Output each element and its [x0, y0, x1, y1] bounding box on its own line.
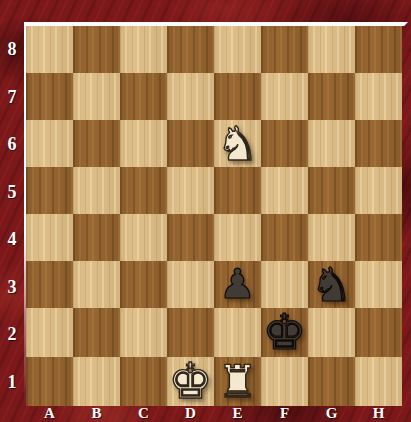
square-e4[interactable]: [214, 214, 261, 261]
square-a4[interactable]: [26, 214, 73, 261]
square-b8[interactable]: [73, 26, 120, 73]
square-e8[interactable]: [214, 26, 261, 73]
square-a7[interactable]: [26, 73, 73, 120]
rank-label-1: 1: [0, 359, 24, 407]
square-d3[interactable]: [167, 261, 214, 308]
square-f6[interactable]: [261, 120, 308, 167]
square-c5[interactable]: [120, 167, 167, 214]
file-label-h: H: [355, 404, 402, 422]
square-g1[interactable]: [308, 357, 355, 406]
square-e5[interactable]: [214, 167, 261, 214]
square-e2[interactable]: [214, 308, 261, 357]
square-c2[interactable]: [120, 308, 167, 357]
file-label-g: G: [308, 404, 355, 422]
square-h2[interactable]: [355, 308, 402, 357]
square-e1[interactable]: ♜: [214, 357, 261, 406]
square-c6[interactable]: [120, 120, 167, 167]
square-b6[interactable]: [73, 120, 120, 167]
square-h8[interactable]: [355, 26, 402, 73]
file-labels: ABCDEFGH: [26, 404, 402, 422]
square-f5[interactable]: [261, 167, 308, 214]
square-d5[interactable]: [167, 167, 214, 214]
file-label-a: A: [26, 404, 73, 422]
square-f7[interactable]: [261, 73, 308, 120]
square-a6[interactable]: [26, 120, 73, 167]
square-c4[interactable]: [120, 214, 167, 261]
square-b2[interactable]: [73, 308, 120, 357]
rank-label-7: 7: [0, 74, 24, 122]
rank-label-5: 5: [0, 169, 24, 217]
square-g3[interactable]: ♞: [308, 261, 355, 308]
square-a8[interactable]: [26, 26, 73, 73]
square-g6[interactable]: [308, 120, 355, 167]
rank-label-6: 6: [0, 121, 24, 169]
square-f2[interactable]: ♚: [261, 308, 308, 357]
square-h1[interactable]: [355, 357, 402, 406]
square-f3[interactable]: [261, 261, 308, 308]
square-b7[interactable]: [73, 73, 120, 120]
rank-label-4: 4: [0, 216, 24, 264]
square-c8[interactable]: [120, 26, 167, 73]
white-king-d1[interactable]: ♚: [169, 357, 213, 406]
black-king-f2[interactable]: ♚: [263, 308, 307, 357]
square-b4[interactable]: [73, 214, 120, 261]
square-b5[interactable]: [73, 167, 120, 214]
square-g7[interactable]: [308, 73, 355, 120]
square-h7[interactable]: [355, 73, 402, 120]
square-b3[interactable]: [73, 261, 120, 308]
black-pawn-e3[interactable]: ♟: [219, 264, 256, 305]
square-a1[interactable]: [26, 357, 73, 406]
white-rook-e1[interactable]: ♜: [217, 359, 257, 404]
file-label-e: E: [214, 404, 261, 422]
file-label-c: C: [120, 404, 167, 422]
rank-label-2: 2: [0, 311, 24, 359]
square-e3[interactable]: ♟: [214, 261, 261, 308]
square-d8[interactable]: [167, 26, 214, 73]
square-g4[interactable]: [308, 214, 355, 261]
rank-labels: 87654321: [0, 26, 24, 406]
file-label-d: D: [167, 404, 214, 422]
rank-label-8: 8: [0, 26, 24, 74]
white-knight-e6[interactable]: ♞: [216, 120, 258, 167]
square-d6[interactable]: [167, 120, 214, 167]
rank-label-3: 3: [0, 264, 24, 312]
square-e6[interactable]: ♞: [214, 120, 261, 167]
black-knight-g3[interactable]: ♞: [310, 261, 352, 308]
square-b1[interactable]: [73, 357, 120, 406]
square-g2[interactable]: [308, 308, 355, 357]
square-d4[interactable]: [167, 214, 214, 261]
file-label-b: B: [73, 404, 120, 422]
square-c1[interactable]: [120, 357, 167, 406]
chess-board[interactable]: ♞♟♞♚♚♜: [26, 26, 402, 406]
square-f8[interactable]: [261, 26, 308, 73]
square-h5[interactable]: [355, 167, 402, 214]
square-h6[interactable]: [355, 120, 402, 167]
square-d1[interactable]: ♚: [167, 357, 214, 406]
square-h4[interactable]: [355, 214, 402, 261]
square-f1[interactable]: [261, 357, 308, 406]
square-g8[interactable]: [308, 26, 355, 73]
square-c7[interactable]: [120, 73, 167, 120]
board-frame: 87654321 ♞♟♞♚♚♜ ABCDEFGH: [0, 0, 411, 422]
square-a5[interactable]: [26, 167, 73, 214]
square-d2[interactable]: [167, 308, 214, 357]
square-d7[interactable]: [167, 73, 214, 120]
square-a3[interactable]: [26, 261, 73, 308]
square-g5[interactable]: [308, 167, 355, 214]
square-f4[interactable]: [261, 214, 308, 261]
square-e7[interactable]: [214, 73, 261, 120]
square-h3[interactable]: [355, 261, 402, 308]
square-a2[interactable]: [26, 308, 73, 357]
file-label-f: F: [261, 404, 308, 422]
square-c3[interactable]: [120, 261, 167, 308]
